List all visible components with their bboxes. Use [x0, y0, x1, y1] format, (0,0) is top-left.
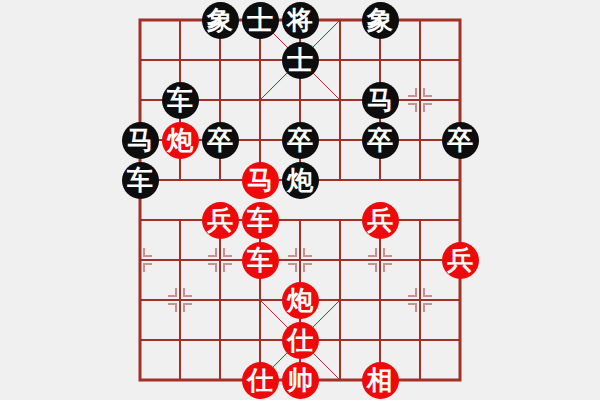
piece-black-general[interactable]: 将: [282, 2, 319, 39]
piece-red-rook[interactable]: 车: [242, 242, 279, 279]
piece-red-advisor[interactable]: 仕: [242, 362, 279, 399]
piece-red-cannon[interactable]: 炮: [162, 122, 199, 159]
piece-black-soldier[interactable]: 卒: [282, 122, 319, 159]
pieces-grid[interactable]: 象士将象士车马马炮卒卒卒卒车马炮兵车兵车兵炮仕仕帅相: [120, 0, 480, 400]
piece-black-rook[interactable]: 车: [162, 82, 199, 119]
piece-red-advisor[interactable]: 仕: [282, 322, 319, 359]
piece-red-soldier[interactable]: 兵: [202, 202, 239, 239]
piece-black-cannon[interactable]: 炮: [282, 162, 319, 199]
piece-black-advisor[interactable]: 士: [282, 42, 319, 79]
piece-black-soldier[interactable]: 卒: [442, 122, 479, 159]
piece-red-soldier[interactable]: 兵: [362, 202, 399, 239]
xiangqi-board: 象士将象士车马马炮卒卒卒卒车马炮兵车兵车兵炮仕仕帅相: [120, 0, 480, 400]
piece-red-horse[interactable]: 马: [242, 162, 279, 199]
piece-red-cannon[interactable]: 炮: [282, 282, 319, 319]
piece-black-soldier[interactable]: 卒: [202, 122, 239, 159]
piece-black-advisor[interactable]: 士: [242, 2, 279, 39]
piece-black-soldier[interactable]: 卒: [362, 122, 399, 159]
piece-red-elephant[interactable]: 相: [362, 362, 399, 399]
piece-black-elephant[interactable]: 象: [202, 2, 239, 39]
piece-black-horse[interactable]: 马: [362, 82, 399, 119]
piece-red-rook[interactable]: 车: [242, 202, 279, 239]
piece-red-general[interactable]: 帅: [282, 362, 319, 399]
piece-black-elephant[interactable]: 象: [362, 2, 399, 39]
piece-black-horse[interactable]: 马: [122, 122, 159, 159]
piece-black-rook[interactable]: 车: [122, 162, 159, 199]
piece-red-soldier[interactable]: 兵: [442, 242, 479, 279]
screen: 象士将象士车马马炮卒卒卒卒车马炮兵车兵车兵炮仕仕帅相: [0, 0, 600, 400]
